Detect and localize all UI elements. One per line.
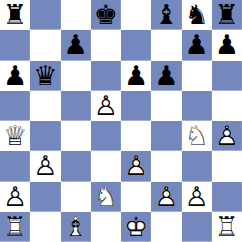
piece-white-pawn[interactable]: ♟♙ [91, 91, 121, 121]
white-pawn-glyph-outline: ♙ [0, 182, 30, 212]
square-c1[interactable]: ♝♗ [61, 212, 91, 242]
piece-black-pawn[interactable]: ♟ [212, 30, 242, 60]
piece-white-rook[interactable]: ♜♖ [212, 212, 242, 242]
square-e1[interactable]: ♚♔ [121, 212, 151, 242]
piece-white-bishop[interactable]: ♝♗ [61, 212, 91, 242]
square-a5[interactable] [0, 91, 30, 121]
square-c2[interactable] [61, 182, 91, 212]
square-d2[interactable]: ♞♘ [91, 182, 121, 212]
square-f1[interactable] [151, 212, 181, 242]
square-d8[interactable]: ♚ [91, 0, 121, 30]
square-a1[interactable]: ♜♖ [0, 212, 30, 242]
square-f6[interactable]: ♟ [151, 61, 181, 91]
square-b3[interactable]: ♟♙ [30, 151, 60, 181]
black-queen-glyph: ♛ [30, 61, 60, 91]
square-a4[interactable]: ♛♕ [0, 121, 30, 151]
square-c8[interactable] [61, 0, 91, 30]
piece-white-rook[interactable]: ♜♖ [0, 212, 30, 242]
piece-black-pawn[interactable]: ♟ [121, 61, 151, 91]
piece-black-rook[interactable]: ♜ [212, 0, 242, 30]
square-e2[interactable] [121, 182, 151, 212]
square-a3[interactable] [0, 151, 30, 181]
square-e5[interactable] [121, 91, 151, 121]
white-pawn-glyph-outline: ♙ [212, 121, 242, 151]
square-b2[interactable] [30, 182, 60, 212]
black-rook-glyph: ♜ [212, 0, 242, 30]
white-pawn-glyph-outline: ♙ [91, 91, 121, 121]
black-pawn-glyph: ♟ [0, 61, 30, 91]
square-d7[interactable] [91, 30, 121, 60]
square-a7[interactable] [0, 30, 30, 60]
square-h7[interactable]: ♟ [212, 30, 242, 60]
square-f5[interactable] [151, 91, 181, 121]
square-b7[interactable] [30, 30, 60, 60]
white-knight-glyph-outline: ♘ [91, 182, 121, 212]
piece-black-knight[interactable]: ♞ [182, 0, 212, 30]
piece-white-pawn[interactable]: ♟♙ [151, 182, 181, 212]
piece-white-pawn[interactable]: ♟♙ [30, 151, 60, 181]
white-queen-glyph-outline: ♕ [0, 121, 30, 151]
piece-white-queen[interactable]: ♛♕ [0, 121, 30, 151]
piece-black-rook[interactable]: ♜ [0, 0, 30, 30]
piece-black-king[interactable]: ♚ [91, 0, 121, 30]
white-knight-glyph-outline: ♘ [182, 121, 212, 151]
piece-white-pawn[interactable]: ♟♙ [212, 121, 242, 151]
piece-white-knight[interactable]: ♞♘ [182, 121, 212, 151]
square-c6[interactable] [61, 61, 91, 91]
square-b1[interactable] [30, 212, 60, 242]
square-f2[interactable]: ♟♙ [151, 182, 181, 212]
square-g5[interactable] [182, 91, 212, 121]
chess-board: ♜♚♝♞♜♟♟♟♟♛♟♟♟♙♛♕♞♘♟♙♟♙♟♙♟♙♞♘♟♙♟♙♜♖♝♗♚♔♜♖ [0, 0, 242, 242]
white-bishop-glyph-outline: ♗ [61, 212, 91, 242]
piece-white-pawn[interactable]: ♟♙ [121, 151, 151, 181]
square-h2[interactable] [212, 182, 242, 212]
piece-black-bishop[interactable]: ♝ [151, 0, 181, 30]
white-rook-glyph-outline: ♖ [0, 212, 30, 242]
square-c5[interactable] [61, 91, 91, 121]
white-pawn-glyph-outline: ♙ [151, 182, 181, 212]
square-h5[interactable] [212, 91, 242, 121]
square-d4[interactable] [91, 121, 121, 151]
white-pawn-glyph-outline: ♙ [182, 182, 212, 212]
square-f7[interactable] [151, 30, 181, 60]
piece-black-pawn[interactable]: ♟ [0, 61, 30, 91]
piece-white-pawn[interactable]: ♟♙ [0, 182, 30, 212]
square-h1[interactable]: ♜♖ [212, 212, 242, 242]
square-g3[interactable] [182, 151, 212, 181]
square-g4[interactable]: ♞♘ [182, 121, 212, 151]
piece-black-pawn[interactable]: ♟ [182, 30, 212, 60]
square-b5[interactable] [30, 91, 60, 121]
square-e3[interactable]: ♟♙ [121, 151, 151, 181]
piece-black-pawn[interactable]: ♟ [61, 30, 91, 60]
square-g7[interactable]: ♟ [182, 30, 212, 60]
white-pawn-glyph-outline: ♙ [121, 151, 151, 181]
square-c7[interactable]: ♟ [61, 30, 91, 60]
black-bishop-glyph: ♝ [151, 0, 181, 30]
square-c3[interactable] [61, 151, 91, 181]
black-pawn-glyph: ♟ [121, 61, 151, 91]
black-pawn-glyph: ♟ [182, 30, 212, 60]
square-e7[interactable] [121, 30, 151, 60]
square-d6[interactable] [91, 61, 121, 91]
square-a8[interactable]: ♜ [0, 0, 30, 30]
square-h4[interactable]: ♟♙ [212, 121, 242, 151]
black-king-glyph: ♚ [91, 0, 121, 30]
square-b8[interactable] [30, 0, 60, 30]
piece-black-pawn[interactable]: ♟ [151, 61, 181, 91]
black-rook-glyph: ♜ [0, 0, 30, 30]
square-g6[interactable] [182, 61, 212, 91]
square-b4[interactable] [30, 121, 60, 151]
piece-white-knight[interactable]: ♞♘ [91, 182, 121, 212]
square-d3[interactable] [91, 151, 121, 181]
square-h3[interactable] [212, 151, 242, 181]
square-g8[interactable]: ♞ [182, 0, 212, 30]
square-h8[interactable]: ♜ [212, 0, 242, 30]
white-pawn-glyph-outline: ♙ [30, 151, 60, 181]
square-d5[interactable]: ♟♙ [91, 91, 121, 121]
square-d1[interactable] [91, 212, 121, 242]
square-f3[interactable] [151, 151, 181, 181]
square-h6[interactable] [212, 61, 242, 91]
square-a2[interactable]: ♟♙ [0, 182, 30, 212]
square-e6[interactable]: ♟ [121, 61, 151, 91]
square-e8[interactable] [121, 0, 151, 30]
black-pawn-glyph: ♟ [212, 30, 242, 60]
black-knight-glyph: ♞ [182, 0, 212, 30]
square-e4[interactable] [121, 121, 151, 151]
piece-black-queen[interactable]: ♛ [30, 61, 60, 91]
square-c4[interactable] [61, 121, 91, 151]
piece-white-pawn[interactable]: ♟♙ [182, 182, 212, 212]
square-a6[interactable]: ♟ [0, 61, 30, 91]
square-b6[interactable]: ♛ [30, 61, 60, 91]
square-g1[interactable] [182, 212, 212, 242]
white-rook-glyph-outline: ♖ [212, 212, 242, 242]
black-pawn-glyph: ♟ [151, 61, 181, 91]
black-pawn-glyph: ♟ [61, 30, 91, 60]
white-king-glyph-outline: ♔ [121, 212, 151, 242]
square-g2[interactable]: ♟♙ [182, 182, 212, 212]
piece-white-king[interactable]: ♚♔ [121, 212, 151, 242]
square-f4[interactable] [151, 121, 181, 151]
square-f8[interactable]: ♝ [151, 0, 181, 30]
